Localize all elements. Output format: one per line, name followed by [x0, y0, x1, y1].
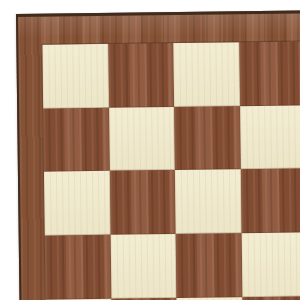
- board-square: [241, 233, 300, 297]
- board-square: [176, 233, 242, 297]
- board-frame: [18, 12, 300, 43]
- board-square: [239, 41, 300, 105]
- board-square: [174, 106, 240, 170]
- photo-background: [0, 0, 300, 300]
- board-square: [109, 170, 175, 234]
- chessboard: [16, 9, 300, 300]
- board-square: [242, 296, 300, 300]
- board-square: [173, 42, 239, 106]
- board-square: [43, 108, 109, 172]
- board-square: [240, 105, 300, 169]
- board-square: [44, 171, 110, 235]
- board-square: [109, 107, 175, 171]
- board-square: [108, 43, 174, 107]
- board-square: [45, 235, 111, 299]
- board-square: [240, 169, 300, 233]
- board-square: [110, 234, 176, 298]
- board-square: [42, 44, 108, 108]
- board-squares-grid: [42, 41, 300, 300]
- board-square: [175, 170, 241, 234]
